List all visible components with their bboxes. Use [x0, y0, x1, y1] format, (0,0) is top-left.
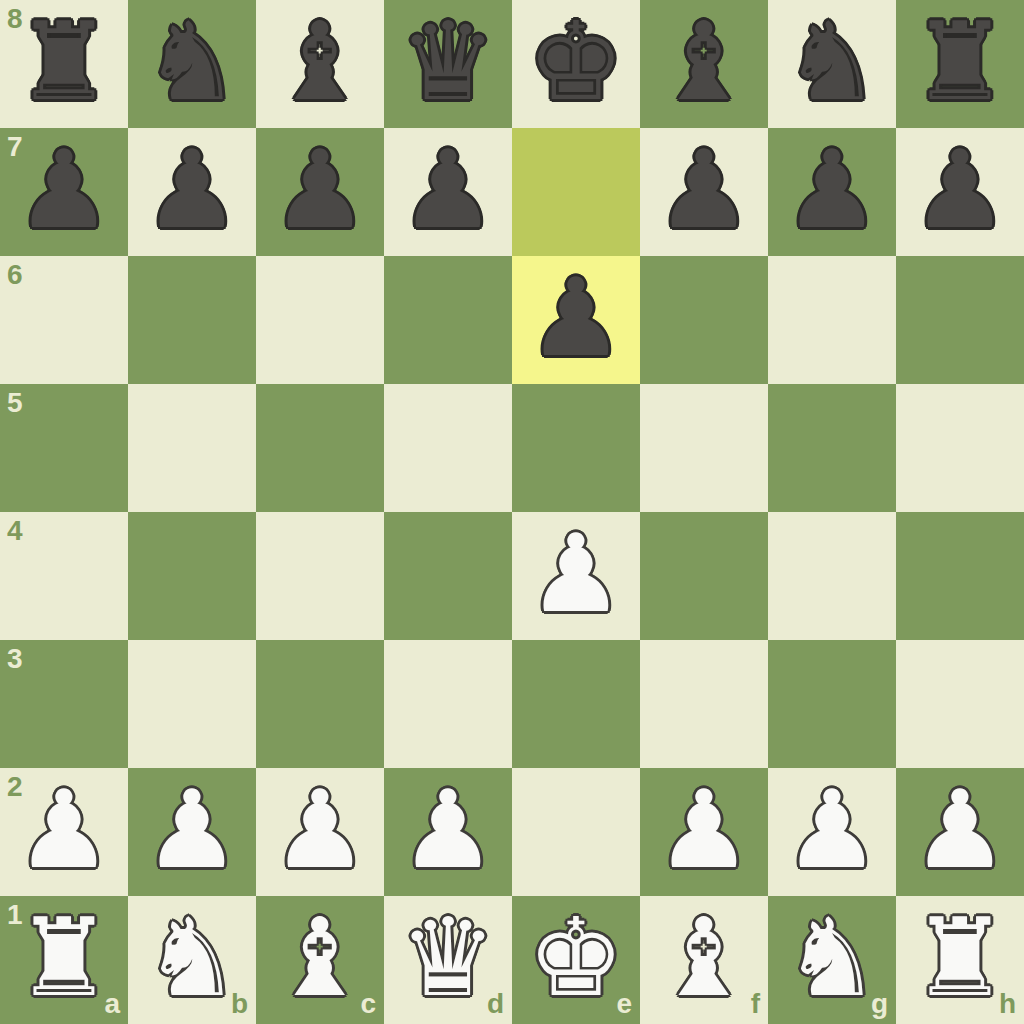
square-a8[interactable]: ♜8 [0, 0, 128, 128]
piece-white-pawn[interactable]: ♟ [256, 766, 384, 894]
square-h7[interactable]: ♟ [896, 128, 1024, 256]
square-d5[interactable] [384, 384, 512, 512]
chess-board: ♜8♞♝♛♚♝♞♜♟7♟♟♟♟♟♟6♟54♟3♟2♟♟♟♟♟♟♜1a♞b♝c♛d… [0, 0, 1024, 1024]
square-f6[interactable] [640, 256, 768, 384]
square-h3[interactable] [896, 640, 1024, 768]
square-e7[interactable] [512, 128, 640, 256]
square-e5[interactable] [512, 384, 640, 512]
chess-board-container: ♜8♞♝♛♚♝♞♜♟7♟♟♟♟♟♟6♟54♟3♟2♟♟♟♟♟♟♜1a♞b♝c♛d… [0, 0, 1024, 1024]
square-f7[interactable]: ♟ [640, 128, 768, 256]
piece-black-pawn[interactable]: ♟ [384, 126, 512, 254]
square-f2[interactable]: ♟ [640, 768, 768, 896]
piece-black-pawn[interactable]: ♟ [896, 126, 1024, 254]
square-d3[interactable] [384, 640, 512, 768]
rank-label-2: 2 [7, 771, 23, 803]
square-a4[interactable]: 4 [0, 512, 128, 640]
square-g5[interactable] [768, 384, 896, 512]
piece-black-king[interactable]: ♚ [512, 0, 640, 126]
piece-white-pawn[interactable]: ♟ [512, 510, 640, 638]
file-label-f: f [751, 988, 760, 1020]
piece-white-pawn[interactable]: ♟ [128, 766, 256, 894]
square-f8[interactable]: ♝ [640, 0, 768, 128]
square-e2[interactable] [512, 768, 640, 896]
square-b7[interactable]: ♟ [128, 128, 256, 256]
square-c5[interactable] [256, 384, 384, 512]
square-h4[interactable] [896, 512, 1024, 640]
piece-white-pawn[interactable]: ♟ [640, 766, 768, 894]
piece-black-knight[interactable]: ♞ [128, 0, 256, 126]
square-a2[interactable]: ♟2 [0, 768, 128, 896]
square-h5[interactable] [896, 384, 1024, 512]
piece-black-bishop[interactable]: ♝ [640, 0, 768, 126]
square-b8[interactable]: ♞ [128, 0, 256, 128]
square-g1[interactable]: ♞g [768, 896, 896, 1024]
piece-black-pawn[interactable]: ♟ [640, 126, 768, 254]
square-b2[interactable]: ♟ [128, 768, 256, 896]
square-d8[interactable]: ♛ [384, 0, 512, 128]
square-b3[interactable] [128, 640, 256, 768]
piece-black-pawn[interactable]: ♟ [128, 126, 256, 254]
square-b5[interactable] [128, 384, 256, 512]
square-c8[interactable]: ♝ [256, 0, 384, 128]
file-label-b: b [231, 988, 248, 1020]
piece-black-pawn[interactable]: ♟ [512, 254, 640, 382]
file-label-e: e [616, 988, 632, 1020]
piece-black-pawn[interactable]: ♟ [768, 126, 896, 254]
square-f5[interactable] [640, 384, 768, 512]
piece-white-pawn[interactable]: ♟ [768, 766, 896, 894]
file-label-a: a [104, 988, 120, 1020]
piece-white-bishop[interactable]: ♝ [640, 894, 768, 1022]
square-c6[interactable] [256, 256, 384, 384]
piece-black-pawn[interactable]: ♟ [256, 126, 384, 254]
square-d2[interactable]: ♟ [384, 768, 512, 896]
square-d1[interactable]: ♛d [384, 896, 512, 1024]
rank-label-7: 7 [7, 131, 23, 163]
square-e8[interactable]: ♚ [512, 0, 640, 128]
square-h6[interactable] [896, 256, 1024, 384]
square-a7[interactable]: ♟7 [0, 128, 128, 256]
square-g7[interactable]: ♟ [768, 128, 896, 256]
piece-white-pawn[interactable]: ♟ [896, 766, 1024, 894]
square-a1[interactable]: ♜1a [0, 896, 128, 1024]
square-c1[interactable]: ♝c [256, 896, 384, 1024]
rank-label-8: 8 [7, 3, 23, 35]
piece-black-knight[interactable]: ♞ [768, 0, 896, 126]
rank-label-1: 1 [7, 899, 23, 931]
square-g8[interactable]: ♞ [768, 0, 896, 128]
square-e1[interactable]: ♚e [512, 896, 640, 1024]
square-b6[interactable] [128, 256, 256, 384]
square-h1[interactable]: ♜h [896, 896, 1024, 1024]
piece-black-bishop[interactable]: ♝ [256, 0, 384, 126]
square-f4[interactable] [640, 512, 768, 640]
square-h8[interactable]: ♜ [896, 0, 1024, 128]
rank-label-3: 3 [7, 643, 23, 675]
file-label-g: g [871, 988, 888, 1020]
square-d6[interactable] [384, 256, 512, 384]
square-c7[interactable]: ♟ [256, 128, 384, 256]
square-a3[interactable]: 3 [0, 640, 128, 768]
piece-black-queen[interactable]: ♛ [384, 0, 512, 126]
square-c2[interactable]: ♟ [256, 768, 384, 896]
file-label-d: d [487, 988, 504, 1020]
file-label-h: h [999, 988, 1016, 1020]
square-f1[interactable]: ♝f [640, 896, 768, 1024]
square-f3[interactable] [640, 640, 768, 768]
square-e4[interactable]: ♟ [512, 512, 640, 640]
rank-label-6: 6 [7, 259, 23, 291]
piece-black-rook[interactable]: ♜ [896, 0, 1024, 126]
rank-label-5: 5 [7, 387, 23, 419]
square-a5[interactable]: 5 [0, 384, 128, 512]
square-h2[interactable]: ♟ [896, 768, 1024, 896]
square-a6[interactable]: 6 [0, 256, 128, 384]
square-g2[interactable]: ♟ [768, 768, 896, 896]
square-b1[interactable]: ♞b [128, 896, 256, 1024]
square-b4[interactable] [128, 512, 256, 640]
square-d4[interactable] [384, 512, 512, 640]
piece-white-pawn[interactable]: ♟ [384, 766, 512, 894]
square-c4[interactable] [256, 512, 384, 640]
rank-label-4: 4 [7, 515, 23, 547]
square-g3[interactable] [768, 640, 896, 768]
square-d7[interactable]: ♟ [384, 128, 512, 256]
square-e3[interactable] [512, 640, 640, 768]
square-c3[interactable] [256, 640, 384, 768]
file-label-c: c [360, 988, 376, 1020]
square-g4[interactable] [768, 512, 896, 640]
square-e6[interactable]: ♟ [512, 256, 640, 384]
square-g6[interactable] [768, 256, 896, 384]
